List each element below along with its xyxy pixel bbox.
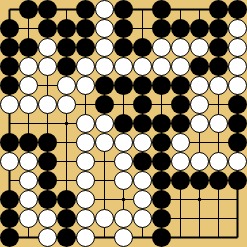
white-stone bbox=[19, 76, 38, 95]
white-stone bbox=[228, 38, 247, 57]
white-stone bbox=[133, 209, 152, 228]
black-stone bbox=[0, 19, 19, 38]
white-stone bbox=[228, 76, 247, 95]
white-stone bbox=[114, 152, 133, 171]
black-stone bbox=[0, 57, 19, 76]
white-stone bbox=[19, 95, 38, 114]
black-stone bbox=[57, 19, 76, 38]
black-stone bbox=[133, 114, 152, 133]
black-stone bbox=[171, 171, 190, 190]
black-stone bbox=[152, 114, 171, 133]
white-stone bbox=[171, 152, 190, 171]
white-stone bbox=[95, 209, 114, 228]
black-stone bbox=[114, 114, 133, 133]
white-stone bbox=[19, 209, 38, 228]
black-stone bbox=[228, 0, 247, 19]
black-stone bbox=[228, 114, 247, 133]
white-stone bbox=[19, 171, 38, 190]
black-stone bbox=[57, 228, 76, 247]
black-stone bbox=[38, 0, 57, 19]
white-stone bbox=[19, 57, 38, 76]
black-stone bbox=[228, 133, 247, 152]
white-stone bbox=[76, 209, 95, 228]
white-stone bbox=[190, 38, 209, 57]
black-stone bbox=[209, 171, 228, 190]
black-stone bbox=[114, 0, 133, 19]
white-stone bbox=[209, 114, 228, 133]
white-stone bbox=[114, 209, 133, 228]
white-stone bbox=[114, 133, 133, 152]
black-stone bbox=[0, 133, 19, 152]
white-stone bbox=[95, 38, 114, 57]
white-stone bbox=[76, 152, 95, 171]
black-stone bbox=[152, 0, 171, 19]
black-stone bbox=[133, 76, 152, 95]
black-stone bbox=[57, 57, 76, 76]
black-stone bbox=[76, 38, 95, 57]
black-stone bbox=[76, 19, 95, 38]
black-stone bbox=[38, 133, 57, 152]
white-stone bbox=[19, 152, 38, 171]
black-stone bbox=[19, 38, 38, 57]
white-stone bbox=[133, 190, 152, 209]
white-stone bbox=[76, 57, 95, 76]
white-stone bbox=[95, 57, 114, 76]
white-stone bbox=[228, 57, 247, 76]
black-stone bbox=[171, 114, 190, 133]
black-stone bbox=[209, 38, 228, 57]
black-stone bbox=[0, 38, 19, 57]
black-stone bbox=[190, 171, 209, 190]
white-stone bbox=[133, 133, 152, 152]
white-stone bbox=[76, 133, 95, 152]
black-stone bbox=[190, 19, 209, 38]
white-stone bbox=[114, 57, 133, 76]
black-stone bbox=[95, 76, 114, 95]
white-stone bbox=[209, 152, 228, 171]
black-stone bbox=[171, 95, 190, 114]
black-stone bbox=[19, 133, 38, 152]
white-stone bbox=[228, 152, 247, 171]
white-stone bbox=[171, 57, 190, 76]
black-stone bbox=[152, 133, 171, 152]
white-stone bbox=[38, 38, 57, 57]
black-stone bbox=[95, 95, 114, 114]
white-stone bbox=[38, 228, 57, 247]
white-stone bbox=[76, 228, 95, 247]
black-stone bbox=[133, 38, 152, 57]
hoshi-star-point bbox=[122, 198, 126, 202]
white-stone bbox=[95, 133, 114, 152]
black-stone bbox=[228, 171, 247, 190]
white-stone bbox=[152, 38, 171, 57]
black-stone bbox=[190, 57, 209, 76]
white-stone bbox=[95, 19, 114, 38]
black-stone bbox=[57, 190, 76, 209]
white-stone bbox=[95, 114, 114, 133]
white-stone bbox=[190, 114, 209, 133]
black-stone bbox=[0, 228, 19, 247]
black-stone bbox=[152, 228, 171, 247]
white-stone bbox=[76, 171, 95, 190]
black-stone bbox=[0, 190, 19, 209]
white-stone bbox=[38, 209, 57, 228]
go-board[interactable] bbox=[0, 0, 247, 247]
black-stone bbox=[76, 0, 95, 19]
black-stone bbox=[133, 95, 152, 114]
white-stone bbox=[171, 133, 190, 152]
black-stone bbox=[19, 0, 38, 19]
white-stone bbox=[76, 190, 95, 209]
white-stone bbox=[38, 95, 57, 114]
white-stone bbox=[0, 95, 19, 114]
white-stone bbox=[190, 152, 209, 171]
black-stone bbox=[38, 19, 57, 38]
black-stone bbox=[57, 209, 76, 228]
white-stone bbox=[133, 57, 152, 76]
black-stone bbox=[152, 152, 171, 171]
black-stone bbox=[171, 76, 190, 95]
white-stone bbox=[95, 0, 114, 19]
white-stone bbox=[190, 95, 209, 114]
black-stone bbox=[57, 38, 76, 57]
black-stone bbox=[114, 38, 133, 57]
white-stone bbox=[190, 76, 209, 95]
black-stone bbox=[209, 57, 228, 76]
white-stone bbox=[0, 152, 19, 171]
black-stone bbox=[209, 0, 228, 19]
white-stone bbox=[209, 76, 228, 95]
black-stone bbox=[114, 76, 133, 95]
black-stone bbox=[152, 171, 171, 190]
white-stone bbox=[133, 171, 152, 190]
white-stone bbox=[114, 228, 133, 247]
black-stone bbox=[38, 171, 57, 190]
white-stone bbox=[114, 171, 133, 190]
black-stone bbox=[114, 19, 133, 38]
black-stone bbox=[209, 19, 228, 38]
white-stone bbox=[57, 76, 76, 95]
hoshi-star-point bbox=[65, 122, 69, 126]
hoshi-star-point bbox=[198, 198, 202, 202]
white-stone bbox=[76, 76, 95, 95]
black-stone bbox=[0, 209, 19, 228]
white-stone bbox=[76, 114, 95, 133]
black-stone bbox=[228, 95, 247, 114]
white-stone bbox=[57, 95, 76, 114]
white-stone bbox=[19, 190, 38, 209]
white-stone bbox=[38, 57, 57, 76]
black-stone bbox=[38, 152, 57, 171]
black-stone bbox=[0, 76, 19, 95]
black-stone bbox=[152, 209, 171, 228]
black-stone bbox=[133, 152, 152, 171]
black-stone bbox=[38, 190, 57, 209]
white-stone bbox=[152, 57, 171, 76]
black-stone bbox=[152, 190, 171, 209]
black-stone bbox=[152, 19, 171, 38]
white-stone bbox=[228, 19, 247, 38]
white-stone bbox=[171, 38, 190, 57]
black-stone bbox=[171, 19, 190, 38]
black-stone bbox=[152, 76, 171, 95]
